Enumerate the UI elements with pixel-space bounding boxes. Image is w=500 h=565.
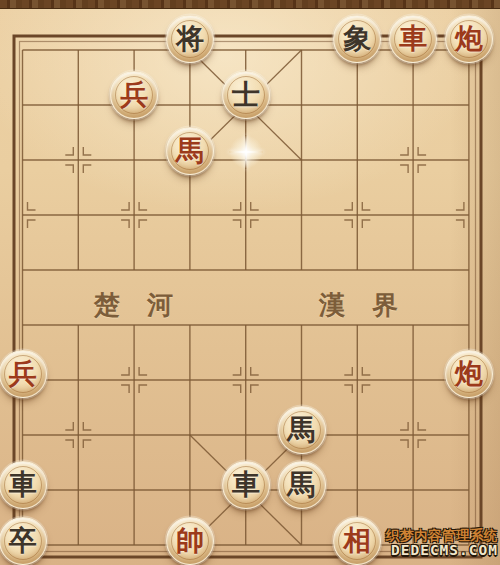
piece-black-general[interactable]: 将 (166, 15, 214, 63)
piece-character: 象 (343, 25, 371, 53)
piece-character: 車 (9, 471, 37, 499)
piece-red-horse[interactable]: 馬 (166, 127, 214, 175)
xiangqi-board[interactable]: 楚河 漢界 将象車炮兵士馬兵炮馬車車馬卒帥相 (0, 0, 500, 565)
piece-character: 相 (343, 527, 371, 555)
piece-character: 車 (232, 471, 260, 499)
xiangqi-game-screen: 楚河 漢界 将象車炮兵士馬兵炮馬車車馬卒帥相 织梦内容管理系统 DEDECMS.… (0, 0, 500, 565)
piece-red-cannon[interactable]: 炮 (445, 15, 493, 63)
piece-character: 馬 (176, 137, 204, 165)
top-wood-trim (0, 0, 500, 9)
piece-character: 士 (232, 81, 260, 109)
piece-red-soldier[interactable]: 兵 (110, 71, 158, 119)
piece-character: 炮 (455, 25, 483, 53)
river-label-han-jie: 漢界 (319, 288, 425, 323)
piece-black-horse[interactable]: 馬 (278, 461, 326, 509)
piece-black-advisor[interactable]: 士 (222, 71, 270, 119)
piece-red-soldier[interactable]: 兵 (0, 350, 47, 398)
piece-character: 炮 (455, 360, 483, 388)
piece-black-chariot[interactable]: 車 (222, 461, 270, 509)
piece-red-elephant[interactable]: 相 (333, 517, 381, 565)
piece-character: 卒 (9, 527, 37, 555)
piece-black-chariot[interactable]: 車 (0, 461, 47, 509)
piece-character: 馬 (288, 416, 316, 444)
piece-black-horse[interactable]: 馬 (278, 406, 326, 454)
watermark-cms-text: 织梦内容管理系统 (386, 528, 498, 543)
piece-red-general[interactable]: 帥 (166, 517, 214, 565)
piece-character: 兵 (9, 360, 37, 388)
piece-character: 将 (176, 25, 204, 53)
river-label-chu-he: 楚河 (94, 288, 200, 323)
piece-character: 車 (399, 25, 427, 53)
watermark: 织梦内容管理系统 DEDECMS.COM (386, 528, 498, 559)
piece-black-elephant[interactable]: 象 (333, 15, 381, 63)
piece-red-cannon[interactable]: 炮 (445, 350, 493, 398)
piece-character: 帥 (176, 527, 204, 555)
piece-character: 兵 (120, 81, 148, 109)
watermark-dedecms-text: DEDECMS.COM (386, 543, 498, 559)
piece-character: 馬 (288, 471, 316, 499)
piece-black-soldier[interactable]: 卒 (0, 517, 47, 565)
piece-red-chariot[interactable]: 車 (389, 15, 437, 63)
